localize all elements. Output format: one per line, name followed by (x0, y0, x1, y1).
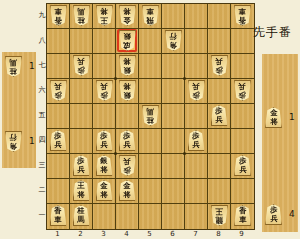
board-cell-3七[interactable] (93, 54, 116, 79)
piece-glyph: 歩 (54, 132, 61, 140)
board-cell-6三[interactable] (162, 154, 185, 179)
piece-glyph: 将 (270, 118, 277, 126)
board-cell-2四[interactable] (70, 129, 93, 154)
piece-glyph: 兵 (239, 82, 246, 90)
board-cell-4三[interactable]: 歩兵 (116, 154, 139, 179)
board-cell-4一[interactable] (116, 204, 139, 229)
board-cell-7五[interactable] (185, 104, 208, 129)
piece-glyph: 銀 (123, 32, 130, 40)
board-cell-6一[interactable] (162, 204, 185, 229)
board-cell-7二[interactable] (185, 179, 208, 204)
board-cell-1六[interactable]: 歩兵 (47, 79, 70, 104)
piece-glyph: 兵 (54, 141, 61, 149)
piece-glyph: 王 (215, 207, 222, 215)
board-cell-4九[interactable]: 金将 (116, 4, 139, 29)
rank-label: 五 (38, 111, 46, 119)
piece-glyph: 将 (123, 82, 130, 90)
board-cell-5二[interactable] (139, 179, 162, 204)
piece-glyph: 歩 (239, 91, 246, 99)
file-label: 2 (69, 230, 92, 238)
board-cell-9五[interactable] (231, 104, 254, 129)
shogi-piece-金将[interactable]: 金将 (119, 5, 136, 26)
board-cell-3四[interactable]: 歩兵 (93, 129, 116, 154)
piece-glyph: 将 (100, 7, 107, 15)
board-cell-1八[interactable] (47, 29, 70, 54)
piece-glyph: 銀 (123, 66, 130, 74)
piece-glyph: 兵 (123, 157, 130, 165)
board-cell-5七[interactable] (139, 54, 162, 79)
shogi-piece-香車[interactable]: 香車 (50, 205, 67, 226)
board-cell-2八[interactable] (70, 29, 93, 54)
piece-glyph: 成 (123, 41, 130, 49)
board-cell-1一[interactable]: 香車 (47, 204, 70, 229)
board-cell-3三[interactable]: 銀将 (93, 154, 116, 179)
board-cell-6七[interactable] (162, 54, 185, 79)
piece-glyph: 龍 (215, 216, 222, 224)
hoshi-dot (114, 152, 117, 155)
board-cell-9四[interactable] (231, 129, 254, 154)
captured-count: 1 (29, 61, 35, 71)
board-cell-7七[interactable] (185, 54, 208, 79)
board-cell-5三[interactable] (139, 154, 162, 179)
board-cell-6九[interactable] (162, 4, 185, 29)
piece-glyph: 金 (100, 182, 107, 190)
shogi-piece-香車[interactable]: 香車 (234, 205, 251, 226)
file-label: 6 (161, 230, 184, 238)
piece-glyph: 歩 (77, 66, 84, 74)
rank-label: 六 (38, 86, 46, 94)
board-cell-4六[interactable]: 銀将 (116, 79, 139, 104)
board-cell-5八[interactable] (139, 29, 162, 54)
shogi-piece-銀将[interactable]: 銀将 (119, 80, 136, 101)
board-cell-2九[interactable]: 桂馬 (70, 4, 93, 29)
piece-glyph: 兵 (270, 215, 277, 223)
piece-glyph: 銀 (123, 91, 130, 99)
board-cell-7一[interactable] (185, 204, 208, 229)
board-cell-6六[interactable] (162, 79, 185, 104)
piece-glyph: 行 (169, 32, 176, 40)
board-cell-5四[interactable] (139, 129, 162, 154)
piece-glyph: 香 (54, 16, 61, 24)
piece-glyph: 車 (146, 7, 153, 15)
shogi-piece-金将[interactable]: 金将 (96, 180, 113, 201)
piece-glyph: 将 (123, 57, 130, 65)
shogi-piece-歩兵[interactable]: 歩兵 (188, 130, 205, 151)
board-cell-9七[interactable] (231, 54, 254, 79)
piece-glyph: 桂 (146, 116, 153, 124)
piece-glyph: 歩 (215, 107, 222, 115)
shogi-piece-歩兵[interactable]: 歩兵 (73, 155, 90, 176)
board-cell-3二[interactable]: 金将 (93, 179, 116, 204)
piece-glyph: 角 (10, 142, 17, 150)
piece-glyph: 歩 (192, 132, 199, 140)
piece-glyph: 車 (54, 7, 61, 15)
shogi-piece-歩兵[interactable]: 歩兵 (211, 55, 228, 76)
board-cell-8七[interactable]: 歩兵 (208, 54, 231, 79)
board-cell-2一[interactable]: 桂馬 (70, 204, 93, 229)
shogi-piece-桂馬[interactable]: 桂馬 (73, 205, 90, 226)
shogi-piece-歩兵[interactable]: 歩兵 (96, 130, 113, 151)
board-cell-5一[interactable] (139, 204, 162, 229)
piece-glyph: 王 (77, 182, 84, 190)
piece-glyph: 馬 (77, 7, 84, 15)
board-cell-5九[interactable]: 飛車 (139, 4, 162, 29)
piece-glyph: 香 (54, 207, 61, 215)
board-cell-9八[interactable] (231, 29, 254, 54)
piece-glyph: 兵 (239, 166, 246, 174)
shogi-piece-龍王[interactable]: 龍王 (211, 205, 228, 226)
file-label: 5 (138, 230, 161, 238)
file-label: 4 (115, 230, 138, 238)
board-cell-2五[interactable] (70, 104, 93, 129)
piece-glyph: 歩 (77, 157, 84, 165)
shogi-piece-桂馬[interactable]: 桂馬 (142, 105, 159, 126)
board-cell-6四[interactable] (162, 129, 185, 154)
piece-glyph: 金 (123, 16, 130, 24)
shogi-piece-香車[interactable]: 香車 (50, 5, 67, 26)
piece-glyph: 兵 (77, 57, 84, 65)
board-cell-8一[interactable]: 龍王 (208, 204, 231, 229)
piece-glyph: 歩 (215, 66, 222, 74)
hoshi-dot (183, 77, 186, 80)
board-cell-9一[interactable]: 香車 (231, 204, 254, 229)
rank-label: 三 (38, 161, 46, 169)
captured-tray-top-player: 桂馬1角行1 (2, 52, 36, 168)
board-cell-1三[interactable] (47, 154, 70, 179)
piece-glyph: 角 (169, 41, 176, 49)
board-cell-2六[interactable] (70, 79, 93, 104)
board-cell-8六[interactable] (208, 79, 231, 104)
board-cell-2二[interactable]: 王将 (70, 179, 93, 204)
piece-glyph: 兵 (192, 82, 199, 90)
file-label: 8 (207, 230, 230, 238)
shogi-piece-桂馬[interactable]: 桂馬 (5, 56, 22, 77)
piece-glyph: 香 (239, 207, 246, 215)
piece-glyph: 桂 (10, 67, 17, 75)
board-cell-7三[interactable] (185, 154, 208, 179)
board-cell-4七[interactable]: 銀将 (116, 54, 139, 79)
piece-glyph: 車 (239, 7, 246, 15)
board-cell-9六[interactable]: 歩兵 (231, 79, 254, 104)
captured-tray-bottom-player: 金将1歩兵4 (262, 54, 298, 232)
board-cell-8三[interactable] (208, 154, 231, 179)
shogi-piece-金将[interactable]: 金将 (265, 107, 282, 128)
rank-label: 四 (38, 136, 46, 144)
board-cell-2七[interactable]: 歩兵 (70, 54, 93, 79)
turn-indicator: 先手番 (253, 24, 292, 41)
board-cell-7八[interactable] (185, 29, 208, 54)
piece-glyph: 銀 (100, 157, 107, 165)
piece-glyph: 兵 (215, 116, 222, 124)
shogi-piece-王将[interactable]: 王将 (96, 5, 113, 26)
piece-glyph: 歩 (270, 206, 277, 214)
board-cell-8四[interactable] (208, 129, 231, 154)
file-label: 7 (184, 230, 207, 238)
board-cell-3五[interactable] (93, 104, 116, 129)
shogi-piece-歩兵[interactable]: 歩兵 (73, 55, 90, 76)
board-cell-1五[interactable] (47, 104, 70, 129)
piece-glyph: 兵 (100, 141, 107, 149)
shogi-app: 香車桂馬王将金将飛車香車成銀角行歩兵銀将歩兵歩兵歩兵銀将歩兵歩兵桂馬歩兵歩兵歩兵… (0, 0, 300, 239)
board-cell-2三[interactable]: 歩兵 (70, 154, 93, 179)
shogi-piece-歩兵[interactable]: 歩兵 (234, 155, 251, 176)
shogi-piece-歩兵[interactable]: 歩兵 (188, 80, 205, 101)
piece-glyph: 歩 (192, 91, 199, 99)
piece-glyph: 歩 (239, 157, 246, 165)
board-cell-1四[interactable]: 歩兵 (47, 129, 70, 154)
shogi-piece-歩兵[interactable]: 歩兵 (50, 130, 67, 151)
shogi-piece-王将[interactable]: 王将 (73, 180, 90, 201)
piece-glyph: 金 (123, 182, 130, 190)
shogi-piece-銀将[interactable]: 銀将 (119, 55, 136, 76)
captured-count: 4 (289, 209, 295, 219)
board-cell-9二[interactable] (231, 179, 254, 204)
board-cell-6二[interactable] (162, 179, 185, 204)
rank-label: 八 (38, 36, 46, 44)
piece-glyph: 歩 (123, 166, 130, 174)
piece-glyph: 香 (239, 16, 246, 24)
shogi-piece-金将[interactable]: 金将 (119, 180, 136, 201)
rank-label: 一 (38, 211, 46, 219)
piece-glyph: 将 (123, 191, 130, 199)
board-cell-6八[interactable]: 角行 (162, 29, 185, 54)
piece-glyph: 車 (54, 216, 61, 224)
hoshi-dot (183, 152, 186, 155)
shogi-piece-角行[interactable]: 角行 (165, 30, 182, 51)
board-cell-8五[interactable]: 歩兵 (208, 104, 231, 129)
board-cell-9九[interactable]: 香車 (231, 4, 254, 29)
piece-glyph: 王 (100, 16, 107, 24)
piece-glyph: 歩 (100, 132, 107, 140)
captured-count: 1 (289, 112, 295, 122)
piece-glyph: 歩 (100, 91, 107, 99)
board-cell-4八[interactable]: 成銀 (116, 29, 139, 54)
piece-glyph: 桂 (77, 16, 84, 24)
piece-glyph: 兵 (123, 141, 130, 149)
piece-glyph: 桂 (77, 207, 84, 215)
shogi-piece-歩兵[interactable]: 歩兵 (234, 80, 251, 101)
captured-count: 1 (29, 136, 35, 146)
piece-glyph: 馬 (77, 216, 84, 224)
piece-glyph: 金 (270, 109, 277, 117)
piece-glyph: 将 (100, 166, 107, 174)
file-label: 1 (46, 230, 69, 238)
board-cell-8二[interactable] (208, 179, 231, 204)
piece-glyph: 行 (10, 133, 17, 141)
piece-glyph: 兵 (192, 141, 199, 149)
piece-glyph: 兵 (77, 166, 84, 174)
shogi-piece-歩兵[interactable]: 歩兵 (211, 105, 228, 126)
board-cell-1九[interactable]: 香車 (47, 4, 70, 29)
board-cell-5五[interactable]: 桂馬 (139, 104, 162, 129)
board-cell-3六[interactable]: 歩兵 (93, 79, 116, 104)
piece-glyph: 将 (100, 191, 107, 199)
shogi-piece-歩兵[interactable]: 歩兵 (265, 204, 282, 225)
hoshi-dot (114, 77, 117, 80)
piece-glyph: 歩 (123, 132, 130, 140)
board-cell-6五[interactable] (162, 104, 185, 129)
shogi-piece-角行[interactable]: 角行 (5, 131, 22, 152)
piece-glyph: 将 (77, 191, 84, 199)
piece-glyph: 飛 (146, 16, 153, 24)
rank-label: 七 (38, 61, 46, 69)
shogi-piece-歩兵[interactable]: 歩兵 (50, 80, 67, 101)
board-cell-7四[interactable]: 歩兵 (185, 129, 208, 154)
board-cell-4二[interactable]: 金将 (116, 179, 139, 204)
shogi-board: 香車桂馬王将金将飛車香車成銀角行歩兵銀将歩兵歩兵歩兵銀将歩兵歩兵桂馬歩兵歩兵歩兵… (46, 3, 255, 230)
shogi-piece-飛車[interactable]: 飛車 (142, 5, 159, 26)
board-cell-3一[interactable] (93, 204, 116, 229)
piece-glyph: 馬 (10, 58, 17, 66)
board-cell-7六[interactable]: 歩兵 (185, 79, 208, 104)
piece-glyph: 車 (239, 216, 246, 224)
rank-label: 九 (38, 11, 46, 19)
rank-label: 二 (38, 186, 46, 194)
shogi-piece-歩兵[interactable]: 歩兵 (119, 155, 136, 176)
board-cell-1二[interactable] (47, 179, 70, 204)
board-cell-3八[interactable] (93, 29, 116, 54)
file-label: 9 (230, 230, 253, 238)
board-cell-8八[interactable] (208, 29, 231, 54)
shogi-piece-銀将[interactable]: 銀将 (96, 155, 113, 176)
piece-glyph: 兵 (215, 57, 222, 65)
shogi-piece-歩兵[interactable]: 歩兵 (119, 130, 136, 151)
shogi-piece-香車[interactable]: 香車 (234, 5, 251, 26)
piece-glyph: 兵 (54, 82, 61, 90)
shogi-piece-歩兵[interactable]: 歩兵 (96, 80, 113, 101)
shogi-piece-成銀[interactable]: 成銀 (119, 30, 136, 51)
board-cell-7九[interactable] (185, 4, 208, 29)
piece-glyph: 馬 (146, 107, 153, 115)
file-label: 3 (92, 230, 115, 238)
board-cell-4五[interactable] (116, 104, 139, 129)
piece-glyph: 兵 (100, 82, 107, 90)
board-cell-3九[interactable]: 王将 (93, 4, 116, 29)
board-cell-4四[interactable]: 歩兵 (116, 129, 139, 154)
board-cell-9三[interactable]: 歩兵 (231, 154, 254, 179)
board-cell-8九[interactable] (208, 4, 231, 29)
piece-glyph: 歩 (54, 91, 61, 99)
board-cell-5六[interactable] (139, 79, 162, 104)
piece-glyph: 将 (123, 7, 130, 15)
board-cell-1七[interactable] (47, 54, 70, 79)
shogi-piece-桂馬[interactable]: 桂馬 (73, 5, 90, 26)
